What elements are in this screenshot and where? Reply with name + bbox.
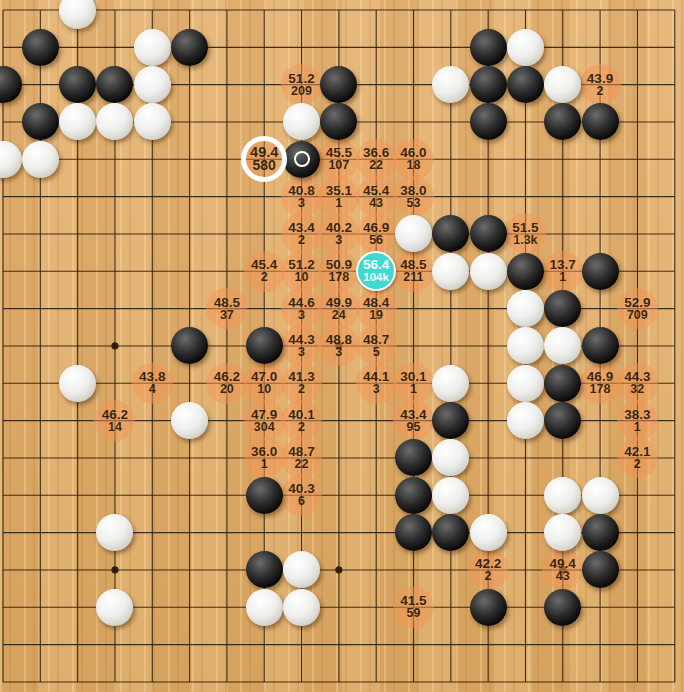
move-suggestion[interactable]: 46.220	[206, 363, 247, 404]
white-stone	[283, 551, 320, 588]
white-stone	[134, 29, 171, 66]
visits-value: 2	[597, 85, 604, 97]
move-suggestion[interactable]: 36.01	[244, 437, 285, 478]
winrate-value: 52.9	[624, 297, 650, 309]
visits-value: 3	[335, 346, 342, 358]
move-suggestion[interactable]: 42.22	[468, 549, 509, 590]
move-suggestion[interactable]: 47.9304	[244, 400, 285, 441]
black-stone	[544, 103, 581, 140]
visits-value: 1.3k	[513, 234, 537, 246]
black-stone	[432, 402, 469, 439]
black-stone	[507, 253, 544, 290]
white-stone	[171, 402, 208, 439]
move-suggestion[interactable]: 49.924	[318, 288, 359, 329]
move-suggestion[interactable]: 30.11	[393, 363, 434, 404]
white-stone	[507, 29, 544, 66]
white-stone	[59, 103, 96, 140]
white-stone	[544, 477, 581, 514]
black-stone	[507, 66, 544, 103]
winrate-value: 35.1	[326, 185, 352, 197]
black-stone	[544, 290, 581, 327]
visits-value: 3	[298, 197, 305, 209]
visits-value: 37	[220, 309, 234, 321]
visits-value: 3	[373, 383, 380, 395]
visits-value: 1	[634, 421, 641, 433]
next-move-ring[interactable]: 49.4580	[241, 136, 287, 182]
white-stone	[544, 327, 581, 364]
visits-value: 211	[403, 271, 423, 283]
visits-value: 2	[634, 458, 641, 470]
move-suggestion[interactable]: 51.51.3k	[505, 213, 546, 254]
white-stone	[544, 66, 581, 103]
winrate-value: 38.0	[400, 185, 426, 197]
black-stone	[432, 215, 469, 252]
move-suggestion[interactable]: 44.13	[356, 363, 397, 404]
black-stone	[246, 477, 283, 514]
winrate-value: 48.5	[214, 297, 240, 309]
visits-value: 1	[335, 197, 342, 209]
move-suggestion[interactable]: 40.23	[318, 213, 359, 254]
move-suggestion[interactable]: 35.11	[318, 176, 359, 217]
move-suggestion[interactable]: 44.63	[281, 288, 322, 329]
black-stone	[470, 66, 507, 103]
white-stone	[432, 253, 469, 290]
move-suggestion[interactable]: 41.559	[393, 587, 434, 628]
white-stone	[544, 514, 581, 551]
move-suggestion[interactable]: 40.12	[281, 400, 322, 441]
visits-value: 178	[328, 271, 349, 283]
black-stone	[544, 589, 581, 626]
visits-value: 14	[108, 421, 122, 433]
white-stone	[470, 253, 507, 290]
white-stone	[283, 589, 320, 626]
white-stone	[134, 103, 171, 140]
black-stone	[320, 66, 357, 103]
visits-value: 580	[253, 159, 276, 172]
black-stone	[395, 439, 432, 476]
black-stone	[96, 66, 133, 103]
black-stone	[544, 402, 581, 439]
black-stone	[395, 514, 432, 551]
winrate-value: 49.9	[326, 297, 352, 309]
move-suggestion[interactable]: 40.83	[281, 176, 322, 217]
visits-value: 43	[369, 197, 383, 209]
white-stone	[0, 141, 22, 178]
move-suggestion[interactable]: 47.010	[244, 363, 285, 404]
move-suggestion[interactable]: 45.5107	[318, 139, 359, 180]
visits-value: 3	[298, 309, 305, 321]
black-stone	[246, 551, 283, 588]
visits-value: 1	[559, 271, 566, 283]
black-stone	[470, 103, 507, 140]
winrate-value: 45.4	[363, 185, 389, 197]
visits-value: 56	[369, 234, 383, 246]
black-stone	[470, 29, 507, 66]
white-stone	[507, 327, 544, 364]
white-stone	[432, 439, 469, 476]
visits-value: 10	[295, 271, 309, 283]
move-suggestion[interactable]: 38.053	[393, 176, 434, 217]
black-stone	[395, 477, 432, 514]
black-stone	[432, 514, 469, 551]
black-stone	[22, 103, 59, 140]
black-stone	[22, 29, 59, 66]
visits-value: 24	[332, 309, 346, 321]
visits-value: 107	[328, 159, 349, 171]
white-stone	[432, 477, 469, 514]
white-stone	[395, 215, 432, 252]
winrate-value: 47.9	[251, 409, 277, 421]
winrate-value: 43.4	[400, 409, 426, 421]
visits-value: 20	[220, 383, 234, 395]
visits-value: 6	[298, 495, 305, 507]
visits-value: 104k	[363, 271, 389, 283]
visits-value: 2	[485, 570, 492, 582]
black-stone	[171, 327, 208, 364]
visits-value: 43	[556, 570, 570, 582]
black-stone	[582, 253, 619, 290]
black-stone	[470, 589, 507, 626]
move-suggestion[interactable]: 43.84	[132, 363, 173, 404]
move-suggestion[interactable]: 51.210	[281, 251, 322, 292]
white-stone	[134, 66, 171, 103]
visits-value: 59	[406, 607, 420, 619]
visits-value: 95	[406, 421, 420, 433]
winrate-value: 48.4	[363, 297, 389, 309]
move-suggestion[interactable]: 48.83	[318, 325, 359, 366]
visits-value: 2	[298, 421, 305, 433]
move-suggestion[interactable]: 46.018	[393, 139, 434, 180]
visits-value: 22	[295, 458, 309, 470]
move-suggestion[interactable]: 36.622	[356, 139, 397, 180]
black-stone	[0, 66, 22, 103]
visits-value: 304	[254, 421, 275, 433]
white-stone	[507, 365, 544, 402]
winrate-value: 43.9	[587, 73, 613, 85]
move-suggestion[interactable]: 45.443	[356, 176, 397, 217]
visits-value: 19	[369, 309, 383, 321]
visits-value: 1	[261, 458, 268, 470]
visits-value: 1	[410, 383, 417, 395]
black-stone	[582, 327, 619, 364]
winrate-value: 40.1	[288, 409, 314, 421]
move-suggestion[interactable]: 40.36	[281, 475, 322, 516]
move-suggestion[interactable]: 48.75	[356, 325, 397, 366]
best-move-suggestion[interactable]: 56.4104k	[356, 251, 396, 291]
winrate-value: 40.8	[288, 185, 314, 197]
white-stone	[470, 514, 507, 551]
black-stone	[320, 103, 357, 140]
white-stone	[96, 103, 133, 140]
move-suggestion[interactable]: 48.419	[356, 288, 397, 329]
move-suggestion[interactable]: 46.956	[356, 213, 397, 254]
white-stone	[96, 589, 133, 626]
white-stone	[59, 0, 96, 29]
visits-value: 53	[406, 197, 420, 209]
move-suggestion[interactable]: 43.495	[393, 400, 434, 441]
black-stone	[246, 327, 283, 364]
move-suggestion[interactable]: 46.9178	[580, 363, 621, 404]
black-stone	[582, 514, 619, 551]
move-suggestion[interactable]: 48.537	[206, 288, 247, 329]
move-suggestion[interactable]: 44.332	[617, 363, 658, 404]
winrate-value: 56.4	[363, 259, 389, 271]
visits-value: 3	[335, 234, 342, 246]
white-stone	[22, 141, 59, 178]
visits-value: 32	[630, 383, 644, 395]
white-stone	[507, 402, 544, 439]
go-board[interactable]: 51.220943.9249.458045.510736.62246.01840…	[0, 0, 684, 692]
black-stone	[544, 365, 581, 402]
move-suggestion[interactable]: 41.32	[281, 363, 322, 404]
visits-value: 18	[406, 159, 420, 171]
visits-value: 178	[590, 383, 611, 395]
move-suggestion[interactable]: 42.12	[617, 437, 658, 478]
visits-value: 2	[298, 383, 305, 395]
move-suggestion[interactable]: 51.2209	[281, 64, 322, 105]
visits-value: 2	[261, 271, 268, 283]
winrate-value: 44.6	[288, 297, 314, 309]
move-suggestion[interactable]: 43.92	[580, 64, 621, 105]
move-suggestion[interactable]: 45.42	[244, 251, 285, 292]
board-grid: 51.220943.9249.458045.510736.62246.01840…	[0, 0, 684, 692]
visits-value: 4	[149, 383, 156, 395]
white-stone	[432, 365, 469, 402]
white-stone	[283, 103, 320, 140]
move-suggestion[interactable]: 49.443	[542, 549, 583, 590]
white-stone	[96, 514, 133, 551]
visits-value: 3	[298, 346, 305, 358]
visits-value: 2	[298, 234, 305, 246]
white-stone	[582, 477, 619, 514]
move-suggestion[interactable]: 50.9178	[318, 251, 359, 292]
visits-value: 209	[291, 85, 312, 97]
black-stone	[171, 29, 208, 66]
winrate-value: 38.3	[624, 409, 650, 421]
move-suggestion[interactable]: 44.33	[281, 325, 322, 366]
last-move-marker	[294, 151, 310, 167]
black-stone	[59, 66, 96, 103]
move-suggestion[interactable]: 48.5211	[393, 251, 434, 292]
move-suggestion[interactable]: 43.42	[281, 213, 322, 254]
black-stone	[582, 103, 619, 140]
visits-value: 709	[627, 309, 648, 321]
move-suggestion[interactable]: 38.31	[617, 400, 658, 441]
white-stone	[507, 290, 544, 327]
winrate-value: 51.2	[288, 73, 314, 85]
visits-value: 10	[257, 383, 271, 395]
move-suggestion[interactable]: 52.9709	[617, 288, 658, 329]
white-stone	[432, 66, 469, 103]
winrate-value: 46.2	[102, 409, 128, 421]
visits-value: 5	[373, 346, 380, 358]
move-suggestion[interactable]: 48.722	[281, 437, 322, 478]
white-stone	[246, 589, 283, 626]
move-suggestion[interactable]: 13.71	[542, 251, 583, 292]
move-suggestion[interactable]: 46.214	[94, 400, 135, 441]
white-stone	[59, 365, 96, 402]
visits-value: 22	[369, 159, 383, 171]
black-stone	[582, 551, 619, 588]
black-stone	[470, 215, 507, 252]
black-stone	[283, 141, 320, 178]
